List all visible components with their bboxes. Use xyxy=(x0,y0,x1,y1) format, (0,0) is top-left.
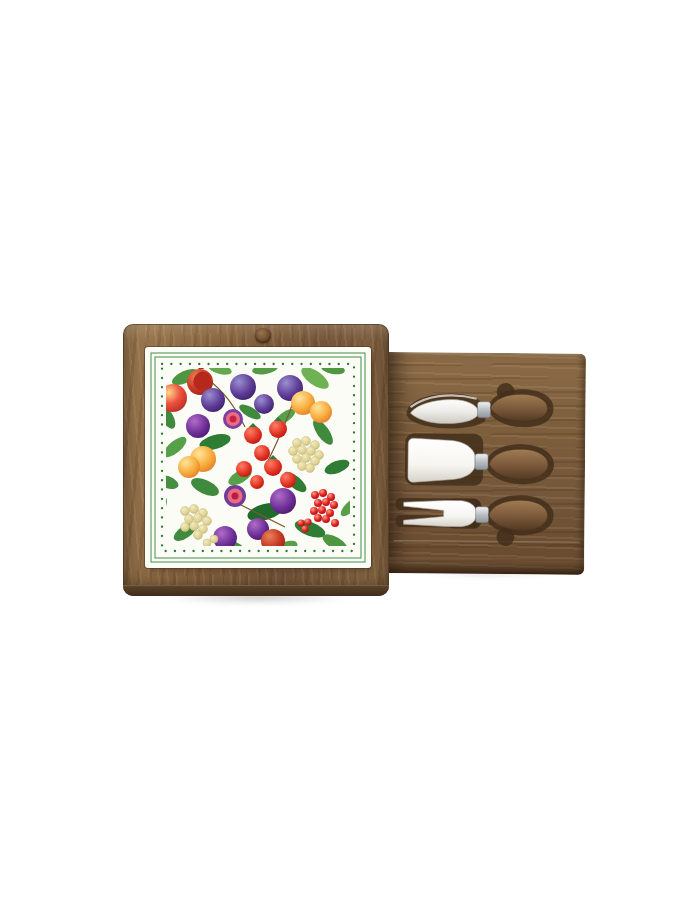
finger-knob xyxy=(255,328,271,343)
knife-3-tines xyxy=(403,500,476,527)
knife-drawer xyxy=(387,352,586,575)
cut-fig-bottom-illustration xyxy=(224,485,246,507)
tile-artwork xyxy=(145,347,371,568)
knife-3 xyxy=(395,494,553,546)
box-base-trim xyxy=(123,585,389,596)
apple-illustration xyxy=(159,384,187,412)
knife-2 xyxy=(405,433,554,486)
cut-fig-top-illustration xyxy=(223,409,243,429)
product-photo xyxy=(0,0,694,900)
knife-2-ferrule xyxy=(475,454,488,470)
pomegranate-bottom-illustration xyxy=(261,529,286,555)
artist-signature xyxy=(175,553,190,556)
knife-1 xyxy=(406,382,553,429)
knife-3-ferrule xyxy=(476,507,489,523)
knife-1-ferrule xyxy=(477,402,490,418)
knife-2-blade xyxy=(408,438,475,483)
ceramic-tile xyxy=(145,347,371,568)
knife-set xyxy=(387,352,586,575)
cheese-board-box xyxy=(123,324,389,596)
